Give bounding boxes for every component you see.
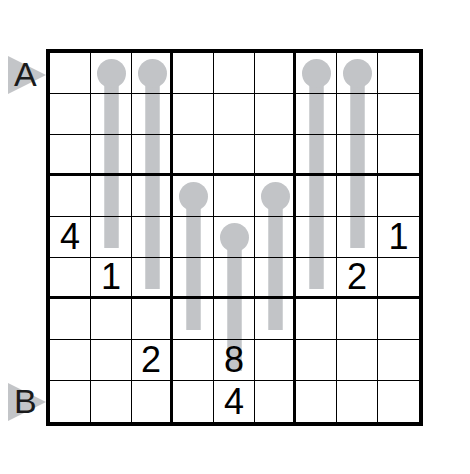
cell-r5c3[interactable]	[132, 217, 173, 258]
cell-r1c5[interactable]	[214, 53, 255, 94]
cell-r4c6[interactable]	[255, 176, 296, 217]
cell-r8c5[interactable]: 8	[214, 340, 255, 381]
cell-r8c1[interactable]	[50, 340, 91, 381]
cell-r8c7[interactable]	[296, 340, 337, 381]
cell-r9c5[interactable]: 4	[214, 381, 255, 422]
cell-r1c8[interactable]	[337, 53, 378, 94]
cell-r1c3[interactable]	[132, 53, 173, 94]
cell-r3c8[interactable]	[337, 135, 378, 176]
cell-r3c3[interactable]	[132, 135, 173, 176]
cell-r4c5[interactable]	[214, 176, 255, 217]
cell-r8c2[interactable]	[91, 340, 132, 381]
cell-r6c8[interactable]: 2	[337, 258, 378, 299]
cell-r1c1[interactable]	[50, 53, 91, 94]
cell-r4c1[interactable]	[50, 176, 91, 217]
cell-r6c5[interactable]	[214, 258, 255, 299]
cell-r9c8[interactable]	[337, 381, 378, 422]
cell-r2c3[interactable]	[132, 94, 173, 135]
marker-a-label: A	[14, 57, 37, 91]
cell-r2c1[interactable]	[50, 94, 91, 135]
cell-r7c3[interactable]	[132, 299, 173, 340]
cell-r8c3[interactable]: 2	[132, 340, 173, 381]
cell-r7c1[interactable]	[50, 299, 91, 340]
cell-r9c6[interactable]	[255, 381, 296, 422]
cell-r1c9[interactable]	[378, 53, 419, 94]
cell-r4c9[interactable]	[378, 176, 419, 217]
row-marker-b: B	[8, 383, 46, 421]
sudoku-grid: 4112284	[50, 53, 419, 422]
cell-r7c7[interactable]	[296, 299, 337, 340]
cell-r2c2[interactable]	[91, 94, 132, 135]
cell-r7c8[interactable]	[337, 299, 378, 340]
cell-r3c2[interactable]	[91, 135, 132, 176]
cell-r3c7[interactable]	[296, 135, 337, 176]
cell-r6c1[interactable]	[50, 258, 91, 299]
cell-r5c4[interactable]	[173, 217, 214, 258]
cell-r5c1[interactable]: 4	[50, 217, 91, 258]
cell-r2c7[interactable]	[296, 94, 337, 135]
cell-r3c9[interactable]	[378, 135, 419, 176]
cell-r7c4[interactable]	[173, 299, 214, 340]
cell-r4c8[interactable]	[337, 176, 378, 217]
cell-r2c6[interactable]	[255, 94, 296, 135]
cell-r1c2[interactable]	[91, 53, 132, 94]
cell-r5c9[interactable]: 1	[378, 217, 419, 258]
cell-r5c5[interactable]	[214, 217, 255, 258]
cell-r9c7[interactable]	[296, 381, 337, 422]
cell-r4c2[interactable]	[91, 176, 132, 217]
cell-r6c6[interactable]	[255, 258, 296, 299]
cell-r5c6[interactable]	[255, 217, 296, 258]
row-marker-a: A	[8, 56, 46, 94]
cell-r5c8[interactable]	[337, 217, 378, 258]
cell-r7c9[interactable]	[378, 299, 419, 340]
puzzle-page: A B 4112284	[0, 0, 470, 474]
cell-r8c8[interactable]	[337, 340, 378, 381]
cell-r2c4[interactable]	[173, 94, 214, 135]
cell-r2c9[interactable]	[378, 94, 419, 135]
cell-r3c1[interactable]	[50, 135, 91, 176]
cell-r9c2[interactable]	[91, 381, 132, 422]
marker-b-label: B	[14, 384, 37, 418]
cell-r5c2[interactable]	[91, 217, 132, 258]
cell-r7c2[interactable]	[91, 299, 132, 340]
cell-r6c9[interactable]	[378, 258, 419, 299]
cell-r6c4[interactable]	[173, 258, 214, 299]
cell-r8c9[interactable]	[378, 340, 419, 381]
cell-r9c9[interactable]	[378, 381, 419, 422]
cell-r2c8[interactable]	[337, 94, 378, 135]
cell-r8c4[interactable]	[173, 340, 214, 381]
cell-r5c7[interactable]	[296, 217, 337, 258]
cell-r3c4[interactable]	[173, 135, 214, 176]
cell-r3c5[interactable]	[214, 135, 255, 176]
cell-r1c4[interactable]	[173, 53, 214, 94]
cell-r2c5[interactable]	[214, 94, 255, 135]
cell-r6c7[interactable]	[296, 258, 337, 299]
sudoku-board: 4112284	[46, 49, 423, 426]
cell-r6c3[interactable]	[132, 258, 173, 299]
cell-r9c3[interactable]	[132, 381, 173, 422]
cell-r4c7[interactable]	[296, 176, 337, 217]
cell-r6c2[interactable]: 1	[91, 258, 132, 299]
cell-r8c6[interactable]	[255, 340, 296, 381]
cell-r4c4[interactable]	[173, 176, 214, 217]
cell-r7c6[interactable]	[255, 299, 296, 340]
cell-r1c7[interactable]	[296, 53, 337, 94]
cell-r3c6[interactable]	[255, 135, 296, 176]
cell-r9c4[interactable]	[173, 381, 214, 422]
cell-r4c3[interactable]	[132, 176, 173, 217]
cell-r9c1[interactable]	[50, 381, 91, 422]
cell-r1c6[interactable]	[255, 53, 296, 94]
cell-r7c5[interactable]	[214, 299, 255, 340]
